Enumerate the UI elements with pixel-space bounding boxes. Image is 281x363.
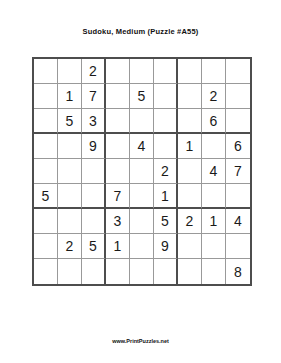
sudoku-cell[interactable]: 7: [226, 159, 250, 184]
sudoku-cell[interactable]: [58, 134, 82, 159]
sudoku-cell[interactable]: 9: [154, 234, 178, 259]
sudoku-cell[interactable]: 8: [226, 259, 250, 284]
sudoku-cell[interactable]: [34, 234, 58, 259]
sudoku-cell[interactable]: 7: [106, 184, 130, 209]
sudoku-cell[interactable]: [154, 84, 178, 109]
sudoku-cell[interactable]: [58, 159, 82, 184]
sudoku-cell[interactable]: [178, 109, 202, 134]
sudoku-cell[interactable]: [130, 259, 154, 284]
sudoku-cell[interactable]: 7: [82, 84, 106, 109]
sudoku-cell[interactable]: 2: [58, 234, 82, 259]
sudoku-cell[interactable]: [130, 59, 154, 84]
sudoku-cell[interactable]: 2: [154, 159, 178, 184]
sudoku-cell[interactable]: [130, 109, 154, 134]
sudoku-cell[interactable]: 1: [106, 234, 130, 259]
sudoku-cell[interactable]: 4: [130, 134, 154, 159]
sudoku-cell[interactable]: [178, 234, 202, 259]
sudoku-cell[interactable]: [130, 234, 154, 259]
sudoku-cell[interactable]: 4: [226, 209, 250, 234]
sudoku-cell[interactable]: 9: [82, 134, 106, 159]
sudoku-cell[interactable]: [34, 259, 58, 284]
sudoku-cell[interactable]: 1: [154, 184, 178, 209]
sudoku-cell[interactable]: 2: [202, 84, 226, 109]
sudoku-cell[interactable]: [226, 84, 250, 109]
sudoku-cell[interactable]: [226, 184, 250, 209]
sudoku-cell[interactable]: [58, 184, 82, 209]
sudoku-cell[interactable]: [34, 159, 58, 184]
sudoku-cell[interactable]: [202, 134, 226, 159]
sudoku-cell[interactable]: [34, 209, 58, 234]
sudoku-cell[interactable]: 5: [58, 109, 82, 134]
sudoku-cell[interactable]: 5: [34, 184, 58, 209]
sudoku-cell[interactable]: [202, 234, 226, 259]
sudoku-cell[interactable]: [154, 259, 178, 284]
sudoku-cell[interactable]: 2: [82, 59, 106, 84]
sudoku-cell[interactable]: [34, 59, 58, 84]
sudoku-cell[interactable]: [178, 159, 202, 184]
sudoku-cell[interactable]: [130, 209, 154, 234]
sudoku-cell[interactable]: 5: [82, 234, 106, 259]
sudoku-cell[interactable]: [226, 109, 250, 134]
sudoku-cell[interactable]: [82, 209, 106, 234]
sudoku-cell[interactable]: [58, 259, 82, 284]
sudoku-cell[interactable]: [226, 59, 250, 84]
sudoku-cell[interactable]: [154, 134, 178, 159]
sudoku-cell[interactable]: [58, 59, 82, 84]
sudoku-cell[interactable]: 1: [178, 134, 202, 159]
sudoku-cell[interactable]: [226, 234, 250, 259]
sudoku-cell[interactable]: 1: [202, 209, 226, 234]
sudoku-page: Sudoku, Medium (Puzzle #A55) 21752536941…: [0, 0, 281, 363]
sudoku-cell[interactable]: [202, 59, 226, 84]
sudoku-cell[interactable]: [178, 184, 202, 209]
sudoku-cell[interactable]: [178, 59, 202, 84]
sudoku-cell[interactable]: [106, 84, 130, 109]
sudoku-cell[interactable]: [130, 159, 154, 184]
sudoku-cell[interactable]: [178, 259, 202, 284]
sudoku-cell[interactable]: [154, 109, 178, 134]
sudoku-cell[interactable]: 5: [154, 209, 178, 234]
sudoku-cell[interactable]: 4: [202, 159, 226, 184]
sudoku-cell[interactable]: [154, 59, 178, 84]
sudoku-cell[interactable]: [130, 184, 154, 209]
sudoku-cell[interactable]: [106, 59, 130, 84]
sudoku-cell[interactable]: [34, 84, 58, 109]
sudoku-cell[interactable]: [34, 109, 58, 134]
sudoku-cell[interactable]: 6: [202, 109, 226, 134]
sudoku-cell[interactable]: [34, 134, 58, 159]
footer-url: www.PrintPuzzles.net: [0, 338, 281, 344]
sudoku-cell[interactable]: 3: [82, 109, 106, 134]
page-title: Sudoku, Medium (Puzzle #A55): [0, 27, 281, 36]
sudoku-cell[interactable]: [106, 259, 130, 284]
sudoku-cell[interactable]: [82, 259, 106, 284]
sudoku-cell[interactable]: [82, 184, 106, 209]
sudoku-cell[interactable]: 2: [178, 209, 202, 234]
sudoku-cell[interactable]: [106, 159, 130, 184]
sudoku-cell[interactable]: [106, 109, 130, 134]
sudoku-cell[interactable]: [106, 134, 130, 159]
sudoku-cell[interactable]: 6: [226, 134, 250, 159]
sudoku-cell[interactable]: [178, 84, 202, 109]
sudoku-cell[interactable]: [58, 209, 82, 234]
sudoku-cell[interactable]: [82, 159, 106, 184]
sudoku-cell[interactable]: [202, 259, 226, 284]
sudoku-cell[interactable]: 1: [58, 84, 82, 109]
sudoku-cell[interactable]: [202, 184, 226, 209]
sudoku-cell[interactable]: 3: [106, 209, 130, 234]
sudoku-cell[interactable]: 5: [130, 84, 154, 109]
sudoku-grid: 2175253694162475713521425198: [32, 57, 252, 286]
